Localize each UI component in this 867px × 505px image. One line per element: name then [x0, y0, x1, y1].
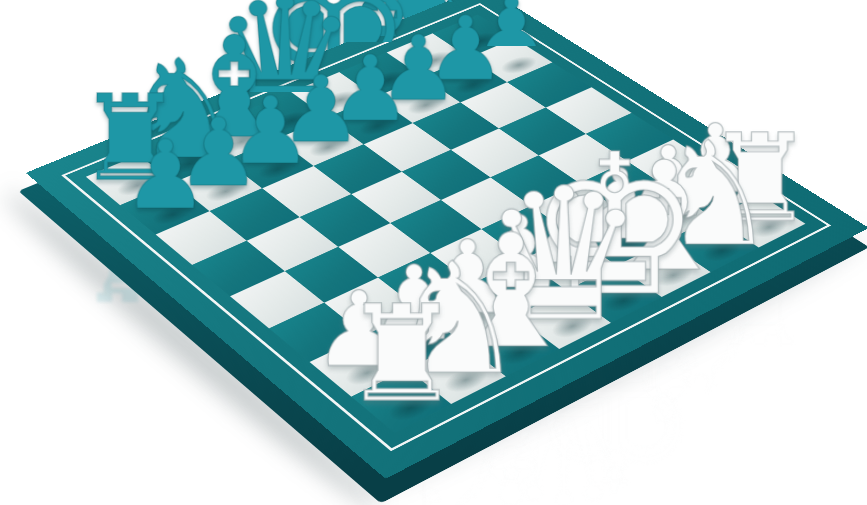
- product-photo-scene: ♜♜♞♞♝♝♛♛♚♚♝♝♞♞♜♜♟♟♟♟♟♟♟♟♟♟♟♟♟♟♟♟♟♟♟♟♟♟♟♟…: [0, 0, 867, 505]
- teal-pawn-glyph: ♟: [123, 128, 209, 223]
- piece-teal-pawn[interactable]: ♟♟: [123, 128, 209, 223]
- chess-board-3d-wrapper: ♜♜♞♞♝♝♛♛♚♚♝♝♞♞♜♜♟♟♟♟♟♟♟♟♟♟♟♟♟♟♟♟♟♟♟♟♟♟♟♟…: [26, 0, 867, 479]
- board-surface: ♜♜♞♞♝♝♛♛♚♚♝♝♞♞♜♜♟♟♟♟♟♟♟♟♟♟♟♟♟♟♟♟♟♟♟♟♟♟♟♟…: [26, 0, 867, 479]
- square-a7[interactable]: ♟♟: [120, 183, 209, 235]
